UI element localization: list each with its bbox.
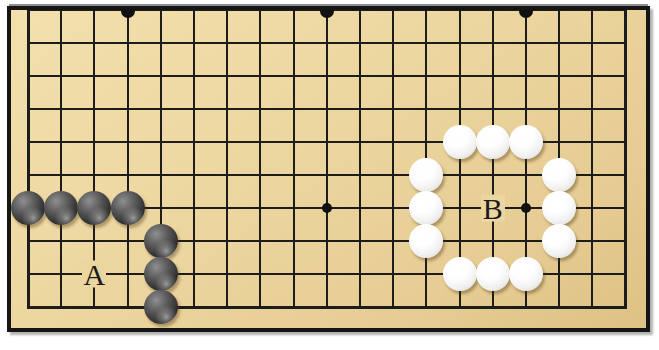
- black-stone[interactable]: [144, 257, 178, 291]
- grid-line-horizontal: [27, 306, 628, 309]
- black-stone[interactable]: [44, 191, 78, 225]
- grid-line-vertical: [27, 10, 30, 309]
- white-stone[interactable]: [509, 257, 543, 291]
- grid-line-vertical: [326, 10, 328, 309]
- grid-line-vertical: [259, 10, 261, 309]
- white-stone[interactable]: [542, 224, 576, 258]
- white-stone[interactable]: [409, 158, 443, 192]
- black-stone[interactable]: [144, 224, 178, 258]
- white-stone[interactable]: [509, 125, 543, 159]
- grid-line-vertical: [127, 10, 129, 309]
- grid-line-vertical: [60, 10, 62, 309]
- grid-line-horizontal: [27, 108, 628, 110]
- white-stone[interactable]: [542, 191, 576, 225]
- go-diagram: AB: [0, 0, 659, 350]
- grid-line-vertical: [193, 10, 195, 309]
- point-label-B[interactable]: B: [481, 195, 505, 222]
- white-stone[interactable]: [443, 125, 477, 159]
- white-stone[interactable]: [542, 158, 576, 192]
- grid-line-vertical: [392, 10, 394, 309]
- white-stone[interactable]: [476, 125, 510, 159]
- grid-line-horizontal: [27, 240, 628, 242]
- white-stone[interactable]: [409, 191, 443, 225]
- black-stone[interactable]: [111, 191, 145, 225]
- grid-line-horizontal: [27, 174, 628, 176]
- white-stone[interactable]: [409, 224, 443, 258]
- point-label-A[interactable]: A: [82, 261, 106, 288]
- black-stone[interactable]: [77, 191, 111, 225]
- grid-line-vertical: [624, 10, 627, 309]
- black-stone[interactable]: [144, 290, 178, 324]
- star-point-crop-edge: [320, 10, 334, 18]
- white-stone[interactable]: [443, 257, 477, 291]
- grid-line-vertical: [591, 10, 593, 309]
- star-point-crop-edge: [519, 10, 533, 18]
- star-point: [521, 203, 531, 213]
- white-stone[interactable]: [476, 257, 510, 291]
- go-board[interactable]: AB: [11, 10, 646, 328]
- board-frame: AB: [7, 6, 650, 332]
- grid-line-vertical: [293, 10, 295, 309]
- black-stone[interactable]: [11, 191, 45, 225]
- grid-line-vertical: [359, 10, 361, 309]
- grid-line-horizontal: [27, 42, 628, 44]
- grid-line-horizontal: [27, 75, 628, 77]
- star-point: [322, 203, 332, 213]
- star-point-crop-edge: [121, 10, 135, 18]
- grid-line-vertical: [226, 10, 228, 309]
